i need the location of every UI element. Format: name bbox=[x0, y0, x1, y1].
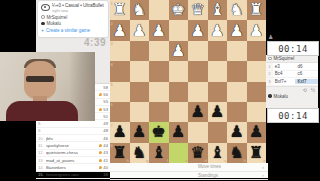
white-clock: 00:14 bbox=[267, 41, 319, 56]
square-a3[interactable] bbox=[247, 41, 267, 61]
square-d1[interactable]: ♛ bbox=[188, 0, 208, 20]
white-rook-piece[interactable]: ♜ bbox=[113, 2, 127, 18]
move-number: 3 bbox=[266, 78, 273, 85]
square-b7[interactable]: ♟ bbox=[227, 122, 247, 142]
top-player-row: MrSquirrel bbox=[266, 55, 318, 62]
black-pawn-piece[interactable]: ♟ bbox=[249, 124, 263, 140]
square-h4[interactable]: 4 bbox=[110, 61, 130, 81]
standings-row[interactable]: 15.forevergreen-uwu38 bbox=[36, 172, 110, 179]
standings-score: 44 bbox=[103, 143, 108, 148]
stream-frame: ¼+0 • Casual • UltraBullet right now MrS… bbox=[0, 0, 320, 180]
top-player-name: MrSquirrel bbox=[274, 56, 295, 61]
square-f1[interactable] bbox=[149, 0, 169, 20]
card-header: ¼+0 • Casual • UltraBullet right now bbox=[41, 3, 105, 13]
tournament-clock: 4:39 bbox=[60, 37, 106, 48]
standings-score: 41 bbox=[103, 158, 108, 163]
standings-row[interactable]: 11.sparkyhorse44 bbox=[36, 142, 110, 149]
standings-player-name: sparkyhorse bbox=[46, 143, 99, 148]
black-queen-piece[interactable]: ♛ bbox=[191, 145, 205, 161]
square-h2[interactable]: 2♟ bbox=[110, 20, 130, 40]
standings-rank: 14. bbox=[38, 165, 46, 170]
streak-flame-icon bbox=[99, 93, 102, 96]
square-c1[interactable]: ♝ bbox=[208, 0, 228, 20]
plus-icon: + bbox=[41, 28, 44, 33]
white-pawn-piece[interactable]: ♟ bbox=[210, 23, 224, 39]
standings-score: 49 bbox=[103, 121, 108, 126]
white-queen-piece[interactable]: ♛ bbox=[191, 2, 205, 18]
streak-flame-icon bbox=[99, 151, 102, 154]
standings-rank: 16. bbox=[38, 180, 46, 181]
square-d5[interactable] bbox=[188, 82, 208, 102]
standings-row[interactable]: 12.quietstorm-chess43 bbox=[36, 150, 110, 157]
square-f5[interactable] bbox=[149, 82, 169, 102]
square-g7[interactable]: ♟ bbox=[130, 122, 150, 142]
footer-menu-row[interactable]: Move times› bbox=[110, 163, 268, 172]
square-d3[interactable] bbox=[188, 41, 208, 61]
standings-row[interactable]: 9.48 bbox=[36, 128, 110, 135]
white-color-icon bbox=[41, 15, 45, 19]
standings-player-name: jbfu bbox=[46, 136, 103, 141]
square-c3[interactable] bbox=[208, 41, 228, 61]
standings-player-name: mad_at_pawns bbox=[46, 158, 99, 163]
square-a5[interactable] bbox=[247, 82, 267, 102]
standings-rank: 10. bbox=[38, 136, 46, 141]
chess-board[interactable]: 1♜♞♚♛♝♞♜2♟♟♟♟♟♟♟3♟456♟♟7♟♟♚♟♟♟8h♜g♞f♝ed♛… bbox=[110, 0, 266, 163]
standings-rank: 11. bbox=[38, 143, 46, 148]
streamer-shirt bbox=[6, 101, 78, 121]
standings-score: 43 bbox=[103, 150, 108, 155]
square-c8[interactable]: c♝ bbox=[208, 143, 228, 163]
square-e2[interactable] bbox=[169, 20, 189, 40]
square-a4[interactable] bbox=[247, 61, 267, 81]
rank-coordinate: 4 bbox=[111, 62, 113, 67]
standings-row[interactable]: 13.mad_at_pawns41 bbox=[36, 157, 110, 164]
white-pawn-piece[interactable]: ♟ bbox=[230, 23, 244, 39]
white-pawn-piece[interactable]: ♟ bbox=[171, 43, 185, 59]
black-pawn-piece[interactable]: ♟ bbox=[230, 124, 244, 140]
black-knight-piece[interactable]: ♞ bbox=[132, 145, 146, 161]
rank-coordinate: 1 bbox=[111, 1, 113, 6]
square-h3[interactable]: 3 bbox=[110, 41, 130, 61]
game-info-subtitle: right now bbox=[52, 8, 104, 13]
move-row: 2Bc4c6 bbox=[266, 71, 318, 79]
square-e8[interactable]: e bbox=[169, 143, 189, 163]
standings-rank: 9. bbox=[38, 128, 46, 133]
white-move[interactable]: Bxf7+ bbox=[273, 79, 296, 84]
square-a2[interactable]: ♟ bbox=[247, 20, 267, 40]
move-row: 1e3d6 bbox=[266, 63, 318, 71]
square-b1[interactable]: ♞ bbox=[227, 0, 247, 20]
square-h8[interactable]: 8h♜ bbox=[110, 143, 130, 163]
bottom-player-row: Mokalu bbox=[266, 93, 318, 100]
standings-rank: 8. bbox=[38, 121, 46, 126]
square-e1[interactable]: ♚ bbox=[169, 0, 189, 20]
square-e4[interactable] bbox=[169, 61, 189, 81]
white-move[interactable]: Bc4 bbox=[273, 71, 296, 76]
white-player-name: MrSquirrel bbox=[47, 15, 68, 20]
chevron-right-icon: › bbox=[262, 172, 264, 178]
rank-coordinate: 7 bbox=[111, 123, 113, 128]
square-g1[interactable]: ♞ bbox=[130, 0, 150, 20]
square-d7[interactable] bbox=[188, 122, 208, 142]
move-list[interactable]: 1e3d62Bc4c63Bxf7+Kxf7 bbox=[266, 62, 318, 87]
captured-pieces: ♟ bbox=[268, 33, 273, 40]
square-c4[interactable] bbox=[208, 61, 228, 81]
standings-score: 48 bbox=[103, 128, 108, 133]
black-move[interactable]: d6 bbox=[295, 64, 318, 69]
standings-score: 38 bbox=[103, 172, 108, 177]
rank-coordinate: 6 bbox=[111, 102, 113, 107]
black-pawn-piece[interactable]: ♟ bbox=[171, 124, 185, 140]
square-b5[interactable] bbox=[227, 82, 247, 102]
square-h6[interactable]: 6 bbox=[110, 102, 130, 122]
black-knight-piece[interactable]: ♞ bbox=[230, 145, 244, 161]
square-d2[interactable]: ♟ bbox=[188, 20, 208, 40]
square-a7[interactable]: ♟ bbox=[247, 122, 267, 142]
standings-score: 55 bbox=[103, 99, 108, 104]
black-bishop-piece[interactable]: ♝ bbox=[152, 145, 166, 161]
move-row: 3Bxf7+Kxf7 bbox=[266, 78, 318, 86]
rank-coordinate: 2 bbox=[111, 21, 113, 26]
black-pawn-piece[interactable]: ♟ bbox=[210, 104, 224, 120]
square-f8[interactable]: f♝ bbox=[149, 143, 169, 163]
white-move[interactable]: e3 bbox=[273, 64, 296, 69]
standings-row[interactable]: 14.Bazonkers40 bbox=[36, 164, 110, 171]
square-b6[interactable] bbox=[227, 102, 247, 122]
white-pawn-piece[interactable]: ♟ bbox=[132, 23, 146, 39]
square-f2[interactable]: ♟ bbox=[149, 20, 169, 40]
board-footer-menu: Move times›Standings› bbox=[110, 163, 268, 178]
square-e5[interactable] bbox=[169, 82, 189, 102]
square-b2[interactable]: ♟ bbox=[227, 20, 247, 40]
standings-rank: 15. bbox=[38, 172, 46, 177]
square-d4[interactable] bbox=[188, 61, 208, 81]
square-f4[interactable] bbox=[149, 61, 169, 81]
black-move[interactable]: Kxf7 bbox=[295, 79, 318, 84]
square-e7[interactable]: ♟ bbox=[169, 122, 189, 142]
square-c6[interactable]: ♟ bbox=[208, 102, 228, 122]
square-g8[interactable]: g♞ bbox=[130, 143, 150, 163]
standings-score: 56 bbox=[103, 92, 108, 97]
footer-menu-label: Move times bbox=[198, 164, 221, 169]
streamer-glasses bbox=[26, 76, 54, 82]
standings-score: 40 bbox=[103, 165, 108, 170]
black-color-icon bbox=[268, 94, 272, 98]
black-clock: 00:14 bbox=[267, 108, 319, 123]
footer-menu-label: Standings bbox=[198, 173, 218, 178]
square-b8[interactable]: b♞ bbox=[227, 143, 247, 163]
standings-row[interactable]: 8.49 bbox=[36, 120, 110, 127]
square-g3[interactable] bbox=[130, 41, 150, 61]
standings-player-name: chesswhiz2000 bbox=[46, 180, 103, 181]
rank-coordinate: 5 bbox=[111, 82, 113, 87]
standings-rank: 12. bbox=[38, 150, 46, 155]
white-rook-piece[interactable]: ♜ bbox=[249, 2, 263, 18]
white-pawn-piece[interactable]: ♟ bbox=[113, 23, 127, 39]
black-bishop-piece[interactable]: ♝ bbox=[210, 145, 224, 161]
black-color-icon bbox=[41, 22, 45, 26]
footer-menu-row[interactable]: Standings› bbox=[110, 172, 268, 181]
move-panel: MrSquirrel 1e3d62Bc4c63Bxf7+Kxf7 ⟲ ½ Mok… bbox=[266, 55, 318, 108]
standings-score: 51 bbox=[103, 114, 108, 119]
black-player-name: Mokalu bbox=[47, 21, 62, 26]
bottom-player-name: Mokalu bbox=[274, 94, 289, 99]
square-d6[interactable]: ♟ bbox=[188, 102, 208, 122]
game-info-card: ¼+0 • Casual • UltraBullet right now MrS… bbox=[38, 1, 108, 37]
streak-flame-icon bbox=[99, 159, 102, 162]
square-b4[interactable] bbox=[227, 61, 247, 81]
chevron-right-icon: › bbox=[262, 164, 264, 170]
spectator-eye-icon bbox=[41, 4, 50, 11]
file-coordinate: a bbox=[263, 158, 265, 163]
white-color-icon bbox=[268, 57, 272, 61]
square-e6[interactable] bbox=[169, 102, 189, 122]
black-pawn-piece[interactable]: ♟ bbox=[132, 124, 146, 140]
square-f6[interactable] bbox=[149, 102, 169, 122]
square-a1[interactable]: ♜ bbox=[247, 0, 267, 20]
square-g2[interactable]: ♟ bbox=[130, 20, 150, 40]
black-rook-piece[interactable]: ♜ bbox=[113, 145, 127, 161]
square-f3[interactable] bbox=[149, 41, 169, 61]
black-pawn-piece[interactable]: ♟ bbox=[113, 124, 127, 140]
rank-coordinate: 3 bbox=[111, 41, 113, 46]
square-a6[interactable] bbox=[247, 102, 267, 122]
square-c5[interactable] bbox=[208, 82, 228, 102]
create-game-label: Create a similar game bbox=[46, 28, 90, 33]
square-g5[interactable] bbox=[130, 82, 150, 102]
black-move[interactable]: c6 bbox=[295, 71, 318, 76]
standings-player-name: Bazonkers bbox=[46, 165, 99, 170]
streak-flame-icon bbox=[99, 108, 102, 111]
square-e3[interactable]: ♟ bbox=[169, 41, 189, 61]
black-rook-piece[interactable]: ♜ bbox=[249, 145, 263, 161]
streak-flame-icon bbox=[99, 166, 102, 169]
square-b3[interactable] bbox=[227, 41, 247, 61]
standings-player-name: forevergreen-uwu bbox=[46, 172, 103, 177]
standings-score: 58 bbox=[103, 85, 108, 90]
streak-flame-icon bbox=[99, 144, 102, 147]
square-d8[interactable]: d♛ bbox=[188, 143, 208, 163]
standings-rank: 13. bbox=[38, 158, 46, 163]
standings-score: 37 bbox=[103, 180, 108, 181]
white-pawn-piece[interactable]: ♟ bbox=[249, 23, 263, 39]
black-pawn-piece[interactable]: ♟ bbox=[191, 104, 205, 120]
black-king-piece[interactable]: ♚ bbox=[152, 124, 166, 140]
square-c2[interactable]: ♟ bbox=[208, 20, 228, 40]
white-pawn-piece[interactable]: ♟ bbox=[152, 23, 166, 39]
square-h7[interactable]: 7♟ bbox=[110, 122, 130, 142]
white-knight-piece[interactable]: ♞ bbox=[230, 2, 244, 18]
square-h5[interactable]: 5 bbox=[110, 82, 130, 102]
white-bishop-piece[interactable]: ♝ bbox=[210, 2, 224, 18]
square-c7[interactable] bbox=[208, 122, 228, 142]
square-a8[interactable]: a♜ bbox=[247, 143, 267, 163]
square-h1[interactable]: 1♜ bbox=[110, 0, 130, 20]
white-player-row: MrSquirrel bbox=[41, 15, 105, 20]
rank-coordinate: 8 bbox=[111, 143, 113, 148]
black-player-row: Mokalu bbox=[41, 21, 105, 26]
white-king-piece[interactable]: ♚ bbox=[171, 2, 185, 18]
standings-row[interactable]: 16.chesswhiz200037 bbox=[36, 179, 110, 180]
draw-offer-button[interactable]: ½ bbox=[311, 87, 315, 93]
standings-row[interactable]: 10.jbfu46 bbox=[36, 135, 110, 142]
create-game-link[interactable]: + Create a similar game bbox=[41, 28, 105, 33]
white-pawn-piece[interactable]: ♟ bbox=[191, 23, 205, 39]
standings-player-name: quietstorm-chess bbox=[46, 150, 99, 155]
square-g4[interactable] bbox=[130, 61, 150, 81]
standings-score: 53 bbox=[103, 107, 108, 112]
move-number: 1 bbox=[266, 63, 273, 70]
square-g6[interactable] bbox=[130, 102, 150, 122]
webcam-feed bbox=[0, 52, 95, 121]
takeback-button[interactable]: ⟲ bbox=[303, 87, 307, 93]
move-number: 2 bbox=[266, 71, 273, 78]
standings-score: 46 bbox=[103, 136, 108, 141]
white-knight-piece[interactable]: ♞ bbox=[132, 2, 146, 18]
square-f7[interactable]: ♚ bbox=[149, 122, 169, 142]
